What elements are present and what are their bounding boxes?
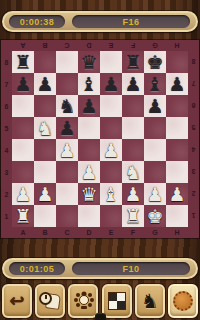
piece-white-pawn[interactable]: ♟ xyxy=(34,183,56,205)
piece-black-queen[interactable]: ♛ xyxy=(78,51,100,73)
piece-black-pawn[interactable]: ♟ xyxy=(12,73,34,95)
knight-icon: ♞ xyxy=(141,291,159,311)
coord-label: A xyxy=(12,227,34,238)
square-e3[interactable] xyxy=(100,161,122,183)
coord-label: 5 xyxy=(188,117,199,139)
piece-white-knight[interactable]: ♞ xyxy=(122,161,144,183)
coord-label: 4 xyxy=(188,139,199,161)
piece-white-knight[interactable]: ♞ xyxy=(34,117,56,139)
square-c6[interactable]: ♞ xyxy=(56,95,78,117)
square-f4[interactable] xyxy=(122,139,144,161)
coord-label: 5 xyxy=(1,117,12,139)
piece-white-pawn[interactable]: ♟ xyxy=(166,183,188,205)
coord-label: H xyxy=(166,227,188,238)
square-g5[interactable] xyxy=(144,117,166,139)
coord-label: H xyxy=(166,40,188,51)
square-h8[interactable] xyxy=(166,51,188,73)
square-a6[interactable] xyxy=(12,95,34,117)
piece-black-pawn[interactable]: ♟ xyxy=(34,73,56,95)
coord-label: E xyxy=(100,40,122,51)
coord-label: 8 xyxy=(1,51,12,73)
piece-black-pawn[interactable]: ♟ xyxy=(166,73,188,95)
undo-arrow-icon: ↩ xyxy=(9,292,24,310)
square-a3[interactable] xyxy=(12,161,34,183)
square-e7[interactable]: ♟ xyxy=(100,73,122,95)
square-g4[interactable] xyxy=(144,139,166,161)
coord-label: C xyxy=(56,40,78,51)
gear-icon xyxy=(173,291,193,311)
coord-label: B xyxy=(34,40,56,51)
piece-white-queen[interactable]: ♛ xyxy=(78,183,100,205)
square-f7[interactable]: ♟ xyxy=(122,73,144,95)
square-f2[interactable]: ♟ xyxy=(122,183,144,205)
square-d3[interactable]: ♟ xyxy=(78,161,100,183)
coord-label: F xyxy=(122,40,144,51)
square-e5[interactable] xyxy=(100,117,122,139)
file-labels-top: ABCDEFGH xyxy=(12,40,188,51)
piece-white-pawn[interactable]: ♟ xyxy=(56,139,78,161)
square-f3[interactable]: ♞ xyxy=(122,161,144,183)
coord-label: D xyxy=(78,40,100,51)
square-c7[interactable] xyxy=(56,73,78,95)
square-b5[interactable]: ♞ xyxy=(34,117,56,139)
square-c3[interactable] xyxy=(56,161,78,183)
rank-labels-left: 87654321 xyxy=(1,51,12,227)
scroll-dial-icon xyxy=(39,290,61,312)
piece-black-rook[interactable]: ♜ xyxy=(122,51,144,73)
piece-white-rook[interactable]: ♜ xyxy=(122,205,144,227)
square-d8[interactable]: ♛ xyxy=(78,51,100,73)
square-h3[interactable] xyxy=(166,161,188,183)
piece-black-king[interactable]: ♚ xyxy=(144,51,166,73)
coord-label: F xyxy=(122,227,144,238)
top-player-label: F16 xyxy=(72,15,190,28)
coord-label: G xyxy=(144,227,166,238)
coord-label: 1 xyxy=(188,205,199,227)
coord-label: 1 xyxy=(1,205,12,227)
square-a7[interactable]: ♟ xyxy=(12,73,34,95)
square-h2[interactable]: ♟ xyxy=(166,183,188,205)
coord-label: 3 xyxy=(1,161,12,183)
square-f8[interactable]: ♜ xyxy=(122,51,144,73)
coord-label: 4 xyxy=(1,139,12,161)
piece-white-pawn[interactable]: ♟ xyxy=(122,183,144,205)
piece-black-pawn[interactable]: ♟ xyxy=(56,117,78,139)
coord-label: E xyxy=(100,227,122,238)
coord-label: 2 xyxy=(188,183,199,205)
checkerboard-icon xyxy=(108,292,126,310)
square-g7[interactable]: ♝ xyxy=(144,73,166,95)
piece-black-knight[interactable]: ♞ xyxy=(56,95,78,117)
coord-label: 7 xyxy=(1,73,12,95)
square-g6[interactable]: ♟ xyxy=(144,95,166,117)
square-c4[interactable]: ♟ xyxy=(56,139,78,161)
square-d1[interactable] xyxy=(78,205,100,227)
coord-label: 6 xyxy=(188,95,199,117)
piece-white-bishop[interactable]: ♝ xyxy=(100,183,122,205)
hint-button[interactable] xyxy=(68,284,98,318)
move-list-button[interactable] xyxy=(35,284,65,318)
coord-label: 2 xyxy=(1,183,12,205)
bottom-notch xyxy=(95,313,106,320)
piece-black-bishop[interactable]: ♝ xyxy=(144,73,166,95)
chess-board[interactable]: ♜♛♜♚♟♟♝♟♟♝♟♞♟♟♞♟♟♟♟♞♟♟♛♝♟♟♟♜♜♚ xyxy=(12,51,188,227)
square-b7[interactable]: ♟ xyxy=(34,73,56,95)
top-clock-bar: 0:00:38 F16 xyxy=(2,11,198,32)
square-a1[interactable]: ♜ xyxy=(12,205,34,227)
square-c8[interactable] xyxy=(56,51,78,73)
square-e8[interactable] xyxy=(100,51,122,73)
square-h7[interactable]: ♟ xyxy=(166,73,188,95)
square-d2[interactable]: ♛ xyxy=(78,183,100,205)
square-d6[interactable]: ♟ xyxy=(78,95,100,117)
piece-black-pawn[interactable]: ♟ xyxy=(78,95,100,117)
square-b1[interactable] xyxy=(34,205,56,227)
square-a2[interactable]: ♟ xyxy=(12,183,34,205)
bottom-clock-time: 0:01:05 xyxy=(9,262,65,275)
lightbulb-icon xyxy=(72,290,94,312)
bottom-player-label: F10 xyxy=(72,262,190,275)
rank-labels-right: 87654321 xyxy=(188,51,199,227)
coord-label: 7 xyxy=(188,73,199,95)
coord-label: B xyxy=(34,227,56,238)
coord-label: 3 xyxy=(188,161,199,183)
board-style-button[interactable] xyxy=(102,284,132,318)
coord-label: D xyxy=(78,227,100,238)
piece-black-pawn[interactable]: ♟ xyxy=(144,95,166,117)
square-b6[interactable] xyxy=(34,95,56,117)
square-a4[interactable] xyxy=(12,139,34,161)
coord-label: C xyxy=(56,227,78,238)
square-h1[interactable] xyxy=(166,205,188,227)
top-clock-time: 0:00:38 xyxy=(9,15,65,28)
square-f1[interactable]: ♜ xyxy=(122,205,144,227)
square-f6[interactable] xyxy=(122,95,144,117)
coord-label: G xyxy=(144,40,166,51)
square-f5[interactable] xyxy=(122,117,144,139)
undo-button[interactable]: ↩ xyxy=(2,284,32,318)
piece-white-king[interactable]: ♚ xyxy=(144,205,166,227)
square-b4[interactable] xyxy=(34,139,56,161)
square-d5[interactable] xyxy=(78,117,100,139)
square-e2[interactable]: ♝ xyxy=(100,183,122,205)
square-g1[interactable]: ♚ xyxy=(144,205,166,227)
square-g2[interactable]: ♟ xyxy=(144,183,166,205)
square-h4[interactable] xyxy=(166,139,188,161)
piece-white-pawn[interactable]: ♟ xyxy=(100,139,122,161)
piece-black-pawn[interactable]: ♟ xyxy=(100,73,122,95)
coord-label: A xyxy=(12,40,34,51)
piece-white-rook[interactable]: ♜ xyxy=(12,205,34,227)
piece-black-rook[interactable]: ♜ xyxy=(12,51,34,73)
square-a8[interactable]: ♜ xyxy=(12,51,34,73)
square-h5[interactable] xyxy=(166,117,188,139)
coord-label: 6 xyxy=(1,95,12,117)
square-d7[interactable]: ♝ xyxy=(78,73,100,95)
square-b2[interactable]: ♟ xyxy=(34,183,56,205)
square-e6[interactable] xyxy=(100,95,122,117)
square-b8[interactable] xyxy=(34,51,56,73)
bottom-clock-bar: 0:01:05 F10 xyxy=(2,258,198,279)
square-g8[interactable]: ♚ xyxy=(144,51,166,73)
piece-black-bishop[interactable]: ♝ xyxy=(78,73,100,95)
piece-black-pawn[interactable]: ♟ xyxy=(122,73,144,95)
square-c1[interactable] xyxy=(56,205,78,227)
square-g3[interactable] xyxy=(144,161,166,183)
pieces-button[interactable]: ♞ xyxy=(135,284,165,318)
square-c5[interactable]: ♟ xyxy=(56,117,78,139)
piece-white-pawn[interactable]: ♟ xyxy=(144,183,166,205)
square-e4[interactable]: ♟ xyxy=(100,139,122,161)
square-e1[interactable] xyxy=(100,205,122,227)
square-d4[interactable] xyxy=(78,139,100,161)
square-a5[interactable] xyxy=(12,117,34,139)
square-h6[interactable] xyxy=(166,95,188,117)
square-c2[interactable] xyxy=(56,183,78,205)
file-labels-bottom: ABCDEFGH xyxy=(12,227,188,238)
coord-label: 8 xyxy=(188,51,199,73)
settings-button[interactable] xyxy=(168,284,198,318)
piece-white-pawn[interactable]: ♟ xyxy=(12,183,34,205)
square-b3[interactable] xyxy=(34,161,56,183)
piece-white-pawn[interactable]: ♟ xyxy=(78,161,100,183)
